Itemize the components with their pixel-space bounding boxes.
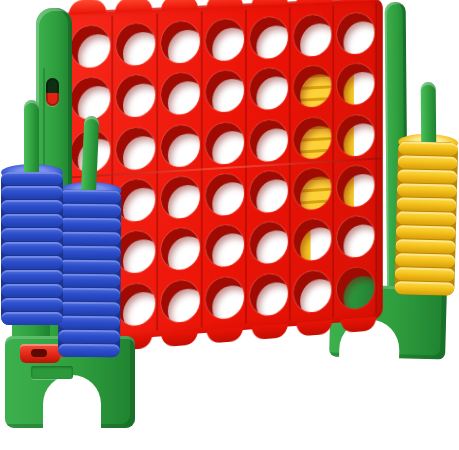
board-scallop: [252, 0, 288, 6]
yellow-disc: [396, 197, 456, 212]
blue-disc: [58, 316, 120, 330]
disc-tray: [394, 141, 458, 296]
yellow-disc: [396, 211, 456, 226]
board-hole-c6r6: [294, 269, 332, 313]
board-hole-c4r5: [206, 224, 244, 268]
blue-disc: [1, 298, 63, 311]
board-hole-c7r5: [337, 215, 374, 258]
board-hole-c4r4: [206, 173, 244, 217]
blue-disc: [1, 312, 63, 325]
left-outer-storage-peg: [24, 100, 39, 174]
blue-disc: [1, 172, 63, 185]
blue-disc: [59, 274, 121, 288]
board-scallop: [207, 327, 243, 344]
board-hole-c7r4: [337, 165, 374, 208]
board-hole-c4r2: [206, 70, 244, 113]
board-hole-c5r1: [250, 16, 288, 59]
board-scallop: [252, 324, 288, 341]
board-hole-c6r5: [294, 218, 332, 262]
blue-disc: [58, 344, 120, 358]
blue-disc: [59, 204, 121, 218]
board-hole-c4r3: [206, 121, 244, 165]
board-hole-c1r2: [71, 77, 110, 121]
disc-tray: [58, 190, 121, 358]
disc-tray: [1, 172, 63, 325]
board-scallop: [161, 331, 198, 348]
yellow-disc: [397, 169, 457, 184]
board-hole-c3r4: [161, 176, 200, 220]
blue-disc: [1, 228, 63, 241]
board-hole-c1r1: [71, 25, 110, 69]
blue-disc: [1, 214, 63, 227]
blue-disc: [59, 246, 121, 260]
board-hole-c5r2: [250, 68, 288, 111]
board-hole-c6r4: [294, 167, 332, 210]
board-hole-c7r6: [337, 266, 374, 310]
blue-disc: [58, 330, 120, 344]
embossed-logo-plate: [31, 366, 73, 379]
board-scallop: [161, 0, 198, 10]
yellow-disc: [395, 267, 455, 282]
board-hole-c4r1: [206, 18, 244, 61]
board-hole-c7r1: [337, 12, 374, 55]
yellow-disc-stack: [394, 81, 459, 295]
yellow-disc: [398, 155, 458, 170]
board-hole-c5r4: [250, 170, 288, 214]
board-hole-c6r3: [294, 116, 332, 159]
board-hole-c5r3: [250, 119, 288, 162]
blue-disc: [59, 190, 121, 204]
yellow-disc: [395, 253, 455, 268]
yellow-disc: [398, 141, 458, 156]
board-hole-c5r6: [250, 273, 288, 317]
board-hole-c3r3: [161, 124, 200, 168]
board-hole-c2r3: [116, 126, 155, 170]
board-hole-c2r4: [116, 178, 155, 222]
board-scallop: [296, 0, 332, 4]
board-hole-c4r6: [206, 276, 244, 320]
blue-disc: [1, 200, 63, 213]
board-scallop: [115, 0, 152, 13]
yellow-disc: [394, 281, 454, 296]
left-front-storage-peg: [81, 116, 99, 193]
blue-disc: [58, 302, 120, 316]
blue-disc: [59, 260, 121, 274]
board-scallop: [296, 320, 332, 336]
board-hole-c7r3: [337, 114, 374, 157]
release-slider-handle: [20, 344, 60, 363]
board-hole-c2r2: [116, 75, 155, 119]
blue-disc: [59, 232, 121, 246]
board-hole-c5r5: [250, 221, 288, 265]
board-hole-c3r6: [161, 279, 200, 323]
yellow-disc: [397, 183, 457, 198]
yellow-disc: [395, 239, 455, 254]
board-scallop: [207, 0, 243, 8]
board-hole-c6r2: [294, 65, 332, 108]
board-hole-c6r1: [294, 14, 332, 57]
board-scallop: [341, 0, 377, 2]
board-hole-c3r2: [161, 72, 200, 116]
blue-disc: [1, 186, 63, 199]
board-hole-c3r5: [161, 227, 200, 271]
yellow-disc: [396, 225, 456, 240]
blue-disc: [1, 256, 63, 269]
board-hole-c7r2: [337, 63, 374, 106]
left-foot-arch: [43, 375, 101, 429]
board-hole-c2r6: [116, 282, 155, 327]
blue-disc: [58, 288, 120, 302]
board-hole-c2r1: [116, 23, 155, 67]
blue-disc: [1, 284, 63, 297]
blue-disc: [59, 218, 121, 232]
blue-disc-stack-front: [58, 116, 122, 358]
board-hole-c2r5: [116, 230, 155, 274]
board-scallop: [69, 0, 106, 15]
blue-disc: [1, 270, 63, 283]
board-hole-c3r1: [161, 21, 200, 64]
blue-disc: [1, 242, 63, 255]
board-scallop: [341, 317, 377, 333]
product-photo-stage: [0, 0, 459, 450]
right-storage-peg: [421, 82, 437, 146]
blue-disc-stack-outer: [1, 100, 63, 325]
